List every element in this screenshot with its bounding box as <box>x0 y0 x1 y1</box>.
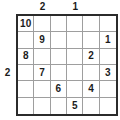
top-clue <box>51 0 67 13</box>
grid-cell[interactable]: 9 <box>34 32 50 48</box>
grid-cell[interactable] <box>100 98 116 114</box>
grid-cell[interactable] <box>67 49 83 65</box>
grid-cell[interactable] <box>83 32 99 48</box>
grid-cell[interactable] <box>51 65 67 81</box>
grid-cell[interactable] <box>100 16 116 32</box>
grid-cell[interactable] <box>34 16 50 32</box>
grid-cell[interactable] <box>67 65 83 81</box>
grid-cell[interactable] <box>51 16 67 32</box>
grid-cell[interactable] <box>34 98 50 114</box>
top-clue: 1 <box>67 0 83 13</box>
left-clue <box>1 81 14 97</box>
grid-cell[interactable] <box>100 49 116 65</box>
top-clue <box>18 0 34 13</box>
grid-cell[interactable] <box>51 32 67 48</box>
grid-cell[interactable] <box>34 49 50 65</box>
left-clue <box>1 98 14 114</box>
top-clue-row: 2 1 <box>18 0 116 13</box>
grid-cell[interactable] <box>83 65 99 81</box>
grid-cell[interactable] <box>34 81 50 97</box>
grid-cell[interactable] <box>67 81 83 97</box>
top-clue <box>83 0 99 13</box>
grid-cell[interactable]: 6 <box>51 81 67 97</box>
grid-cell[interactable] <box>18 32 34 48</box>
puzzle-grid: 10 9 1 8 2 7 3 6 4 5 <box>16 14 118 116</box>
grid-cell[interactable] <box>18 98 34 114</box>
grid-cell[interactable]: 10 <box>18 16 34 32</box>
top-clue <box>100 0 116 13</box>
puzzle-diagram: 2 1 2 10 9 1 8 2 7 3 <box>0 0 120 120</box>
grid-cell[interactable]: 7 <box>34 65 50 81</box>
grid-cell[interactable]: 4 <box>83 81 99 97</box>
grid-cell[interactable]: 2 <box>83 49 99 65</box>
left-clue <box>1 49 14 65</box>
left-clue: 2 <box>1 65 14 81</box>
grid-cell[interactable] <box>67 16 83 32</box>
grid-cell[interactable] <box>18 65 34 81</box>
grid-cell[interactable] <box>100 81 116 97</box>
grid-cell[interactable]: 8 <box>18 49 34 65</box>
grid-cell[interactable] <box>51 98 67 114</box>
grid-cell[interactable] <box>18 81 34 97</box>
grid-cell[interactable]: 5 <box>67 98 83 114</box>
grid-cell[interactable] <box>51 49 67 65</box>
left-clue <box>1 16 14 32</box>
grid-cell[interactable]: 3 <box>100 65 116 81</box>
grid-cell[interactable] <box>67 32 83 48</box>
grid-cell[interactable] <box>83 16 99 32</box>
grid-cell[interactable]: 1 <box>100 32 116 48</box>
left-clue-column: 2 <box>1 16 14 114</box>
left-clue <box>1 32 14 48</box>
grid-cell[interactable] <box>83 98 99 114</box>
top-clue: 2 <box>34 0 50 13</box>
